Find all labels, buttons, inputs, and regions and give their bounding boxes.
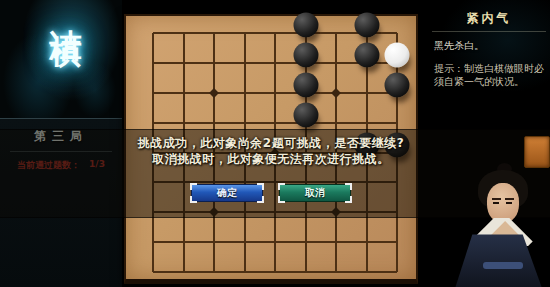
- puzzle-title: 紧内气: [428, 10, 550, 27]
- board-intersection[interactable]: [230, 78, 261, 108]
- board-intersection[interactable]: [352, 48, 383, 78]
- board-intersection[interactable]: [199, 18, 230, 48]
- board-intersection[interactable]: [138, 227, 169, 257]
- board-intersection[interactable]: [230, 227, 261, 257]
- portrait-brow: [505, 198, 514, 200]
- board-intersection[interactable]: [199, 227, 230, 257]
- portrait-eye: [493, 202, 499, 204]
- puzzle-objective: 黑先杀白。: [434, 39, 544, 53]
- board-intersection[interactable]: [382, 227, 413, 257]
- confirm-button-label: 确定: [217, 186, 237, 200]
- board-intersection[interactable]: [382, 257, 413, 287]
- board-intersection[interactable]: [321, 227, 352, 257]
- npc-portrait: [445, 166, 550, 287]
- board-intersection[interactable]: [230, 48, 261, 78]
- board-intersection[interactable]: [352, 78, 383, 108]
- dialog-line-2: 取消挑战时，此对象便无法再次进行挑战。: [124, 151, 418, 167]
- board-intersection[interactable]: [260, 48, 291, 78]
- board-intersection[interactable]: [291, 227, 322, 257]
- board-intersection[interactable]: [321, 48, 352, 78]
- black-stone: [354, 42, 379, 67]
- board-intersection[interactable]: [199, 48, 230, 78]
- board-intersection[interactable]: [230, 18, 261, 48]
- board-intersection[interactable]: [138, 257, 169, 287]
- board-intersection[interactable]: [382, 78, 413, 108]
- portrait-face: [487, 183, 519, 223]
- board-intersection[interactable]: [199, 257, 230, 287]
- board-intersection[interactable]: [230, 257, 261, 287]
- dialog-buttons: 确定 取消: [124, 184, 418, 202]
- portrait-eye: [506, 202, 512, 204]
- board-intersection[interactable]: [138, 78, 169, 108]
- board-intersection[interactable]: [260, 18, 291, 48]
- puzzle-screen: 诘棋 第三局 当前通过题数： 1/3 紧内气 黑先杀白。 提示：制造白棋做眼时必…: [0, 0, 550, 287]
- board-intersection[interactable]: [138, 18, 169, 48]
- board-intersection[interactable]: [321, 18, 352, 48]
- right-edge-ornament[interactable]: [524, 136, 550, 168]
- board-intersection[interactable]: [321, 257, 352, 287]
- cancel-button[interactable]: 取消: [279, 184, 351, 202]
- board-intersection[interactable]: [199, 78, 230, 108]
- puzzle-hint: 提示：制造白棋做眼时必须自紧一气的状况。: [434, 62, 544, 88]
- board-intersection[interactable]: [169, 227, 200, 257]
- board-intersection[interactable]: [138, 48, 169, 78]
- game-mode-calligraphy: 诘棋: [44, 4, 88, 16]
- board-intersection[interactable]: [260, 257, 291, 287]
- star-point: [331, 88, 341, 98]
- left-art-panel: 诘棋: [0, 0, 122, 118]
- black-stone: [385, 72, 410, 97]
- white-stone: [385, 42, 410, 67]
- black-stone: [293, 102, 318, 127]
- black-stone: [293, 72, 318, 97]
- board-intersection[interactable]: [169, 257, 200, 287]
- board-intersection[interactable]: [260, 78, 291, 108]
- board-intersection[interactable]: [169, 48, 200, 78]
- portrait-brow: [492, 198, 501, 200]
- black-stone: [293, 12, 318, 37]
- right-info-panel: 紧内气 黑先杀白。 提示：制造白棋做眼时必须自紧一气的状况。: [428, 0, 550, 130]
- black-stone: [354, 12, 379, 37]
- dialog-line-1: 挑战成功，此对象尚余2题可挑战，是否要继续?: [124, 135, 418, 151]
- board-intersection[interactable]: [352, 257, 383, 287]
- board-intersection[interactable]: [260, 227, 291, 257]
- puzzle-title-divider: [432, 31, 546, 32]
- black-stone: [293, 42, 318, 67]
- board-intersection[interactable]: [291, 257, 322, 287]
- cancel-button-label: 取消: [305, 186, 325, 200]
- star-point: [209, 88, 219, 98]
- board-intersection[interactable]: [352, 227, 383, 257]
- board-intersection[interactable]: [169, 78, 200, 108]
- confirm-button[interactable]: 确定: [191, 184, 263, 202]
- portrait-sash: [483, 262, 523, 269]
- board-intersection[interactable]: [321, 78, 352, 108]
- challenge-dialog: 挑战成功，此对象尚余2题可挑战，是否要继续? 取消挑战时，此对象便无法再次进行挑…: [124, 135, 418, 167]
- board-intersection[interactable]: [169, 18, 200, 48]
